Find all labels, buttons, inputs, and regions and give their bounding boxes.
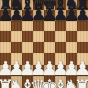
square-c4[interactable] (22, 42, 33, 53)
square-b4[interactable] (11, 42, 22, 53)
square-d4[interactable] (33, 42, 44, 53)
square-f5[interactable] (55, 31, 66, 42)
square-f4[interactable] (55, 42, 66, 53)
square-h4[interactable] (77, 42, 88, 53)
chess-board: ♜♞♝♛♚♝♞♜♟♟♟♟♟♟♟♟♟♟♟♟♟♟♟♟♜♞♝♛♚♝♞♜ (0, 0, 88, 88)
square-g5[interactable] (66, 31, 77, 42)
square-a5[interactable] (0, 31, 11, 42)
square-h5[interactable] (77, 31, 88, 42)
chess-app-window: ♜♞♝♛♚♝♞♜♟♟♟♟♟♟♟♟♟♟♟♟♟♟♟♟♜♞♝♛♚♝♞♜ (0, 0, 88, 88)
piece-white-rook[interactable]: ♜ (74, 77, 88, 88)
square-g4[interactable] (66, 42, 77, 53)
piece-black-pawn[interactable]: ♟ (75, 6, 88, 23)
square-d5[interactable] (33, 31, 44, 42)
square-h1[interactable]: ♜ (77, 76, 88, 88)
square-c5[interactable] (22, 31, 33, 42)
square-h7[interactable]: ♟ (77, 10, 88, 21)
square-e5[interactable] (44, 31, 55, 42)
square-e4[interactable] (44, 42, 55, 53)
square-a4[interactable] (0, 42, 11, 53)
square-b5[interactable] (11, 31, 22, 42)
